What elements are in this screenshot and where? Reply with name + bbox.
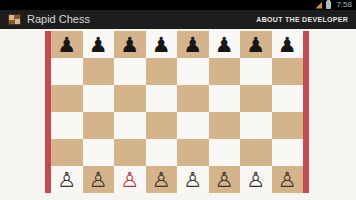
board-square[interactable] [240,58,272,85]
black-pawn: ♟ [120,35,139,56]
battery-icon [326,1,331,9]
board-square[interactable]: ♙ [177,166,209,193]
board-square[interactable] [83,58,115,85]
status-bar: 7:58 [0,0,356,10]
board-square[interactable]: ♟ [209,31,241,58]
board-square[interactable]: ♟ [146,31,178,58]
black-pawn: ♟ [215,35,234,56]
board-square[interactable] [114,85,146,112]
board-square[interactable] [209,85,241,112]
board-square[interactable] [146,58,178,85]
black-pawn: ♟ [152,35,171,56]
white-pawn: ♙ [278,170,297,191]
board-square[interactable] [146,85,178,112]
board-frame-right [303,31,309,193]
board-square[interactable] [83,112,115,139]
board-square[interactable] [272,112,304,139]
board-square[interactable] [272,85,304,112]
board-square[interactable] [51,58,83,85]
board-square[interactable]: ♙ [240,166,272,193]
board-square[interactable] [209,58,241,85]
white-pawn: ♙ [215,170,234,191]
about-the-developer-menu-item[interactable]: ABOUT THE DEVELOPER [256,10,348,29]
board-square[interactable]: ♙ [272,166,304,193]
board-square[interactable]: ♟ [240,31,272,58]
board-square[interactable]: ♟ [114,31,146,58]
black-pawn: ♟ [183,35,202,56]
board-square[interactable]: ♟ [83,31,115,58]
board-square[interactable] [209,139,241,166]
board-square[interactable]: ♙ [114,166,146,193]
black-pawn: ♟ [246,35,265,56]
board-square[interactable] [177,85,209,112]
board-square[interactable] [146,139,178,166]
chess-board: ♟♟♟♟♟♟♟♟♙♙♙♙♙♙♙♙ [51,31,303,193]
black-pawn: ♟ [57,35,76,56]
chessboard-app-icon [8,14,21,25]
board-square[interactable]: ♟ [177,31,209,58]
app-title: Rapid Chess [27,10,90,29]
white-pawn: ♙ [183,170,202,191]
black-pawn: ♟ [278,35,297,56]
board-square[interactable] [51,139,83,166]
white-pawn: ♙ [89,170,108,191]
board-square[interactable] [51,85,83,112]
board-square[interactable] [177,139,209,166]
board-square[interactable] [51,112,83,139]
board-square[interactable] [114,58,146,85]
board-square[interactable] [146,112,178,139]
board-square[interactable] [114,139,146,166]
board-square[interactable] [240,85,272,112]
board-square[interactable] [177,58,209,85]
status-clock: 7:58 [336,0,352,10]
board-square[interactable] [114,112,146,139]
board-square[interactable] [209,112,241,139]
board-square[interactable]: ♙ [83,166,115,193]
board-square[interactable] [83,85,115,112]
board-square[interactable] [272,58,304,85]
app-screen: 7:58 Rapid Chess ABOUT THE DEVELOPER ♟♟♟… [0,0,356,200]
board-square[interactable]: ♟ [51,31,83,58]
board-square[interactable]: ♙ [146,166,178,193]
board-square[interactable] [177,112,209,139]
board-square[interactable]: ♙ [209,166,241,193]
action-bar: Rapid Chess ABOUT THE DEVELOPER [0,10,356,29]
signal-icon [315,2,322,9]
white-pawn: ♙ [246,170,265,191]
board-square[interactable] [240,139,272,166]
board-square[interactable] [240,112,272,139]
board-square[interactable] [272,139,304,166]
selected-white-pawn: ♙ [120,170,139,191]
board-square[interactable]: ♙ [51,166,83,193]
white-pawn: ♙ [57,170,76,191]
black-pawn: ♟ [89,35,108,56]
white-pawn: ♙ [152,170,171,191]
board-square[interactable]: ♟ [272,31,304,58]
board-square[interactable] [83,139,115,166]
